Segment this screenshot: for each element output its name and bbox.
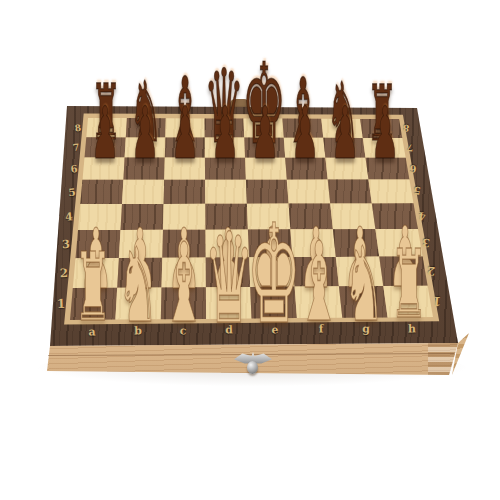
piece-black-pawn-e7: ♟ — [251, 98, 280, 170]
piece-black-pawn-f7: ♟ — [291, 98, 320, 170]
piece-white-rook-a1: ♜ — [74, 241, 111, 335]
piece-black-pawn-g7: ♟ — [331, 98, 360, 170]
piece-white-knight-g1: ♞ — [344, 233, 385, 336]
chess-pieces: ♜♞♝♛♚♝♞♜♟♟♟♟♟♟♟♟♟♟♟♟♟♟♟♟♜♞♝♛♚♝♞♜ — [0, 0, 500, 500]
piece-black-pawn-b7: ♟ — [131, 98, 160, 170]
piece-white-bishop-f1: ♝ — [297, 228, 341, 338]
piece-white-king-e1: ♚ — [247, 207, 301, 344]
piece-black-pawn-a7: ♟ — [91, 98, 120, 170]
piece-white-knight-b1: ♞ — [118, 234, 159, 337]
piece-black-pawn-c7: ♟ — [171, 98, 200, 170]
piece-white-bishop-c1: ♝ — [162, 229, 206, 339]
chess-set-photo: 8877665544332211abcdefgh ♜♞♝♛♚♝♞♜♟♟♟♟♟♟♟… — [0, 0, 500, 500]
piece-black-pawn-h7: ♟ — [371, 98, 400, 170]
piece-white-rook-h1: ♜ — [390, 239, 427, 333]
piece-black-pawn-d7: ♟ — [211, 98, 240, 170]
